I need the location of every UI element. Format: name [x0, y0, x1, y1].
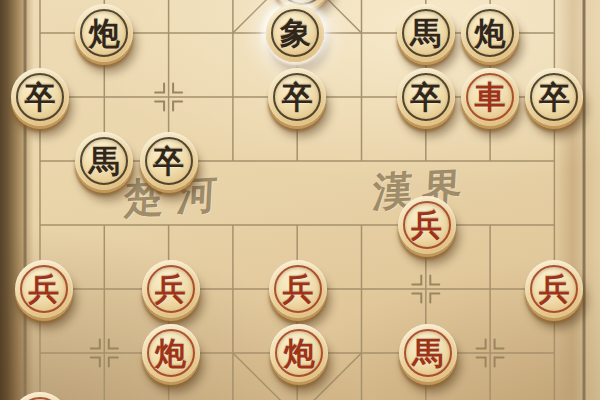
piece-black-cannon[interactable]: 炮: [75, 4, 133, 62]
piece-glyph: 兵: [398, 196, 456, 254]
piece-red-cannon[interactable]: 炮: [142, 324, 200, 382]
piece-red-chariot[interactable]: 車: [461, 68, 519, 126]
piece-glyph: 卒: [525, 68, 583, 126]
piece-red-horse[interactable]: 馬: [399, 324, 457, 382]
piece-black-soldier[interactable]: 卒: [140, 132, 198, 190]
piece-black-cannon[interactable]: 炮: [461, 4, 519, 62]
piece-glyph: 炮: [461, 4, 519, 62]
piece-red-soldier[interactable]: 兵: [142, 260, 200, 318]
piece-glyph: 炮: [270, 324, 328, 382]
piece-red-cannon[interactable]: 炮: [270, 324, 328, 382]
piece-black-soldier[interactable]: 卒: [525, 68, 583, 126]
xiangqi-board[interactable]: 楚河 漢界 士炮象馬炮卒卒卒車卒馬卒兵兵兵兵兵炮炮馬車: [0, 0, 600, 400]
piece-black-horse[interactable]: 馬: [75, 132, 133, 190]
pieces-layer: 士炮象馬炮卒卒卒車卒馬卒兵兵兵兵兵炮炮馬車: [0, 0, 600, 400]
piece-glyph: 兵: [15, 260, 73, 318]
piece-glyph: 兵: [142, 260, 200, 318]
piece-glyph: 馬: [75, 132, 133, 190]
piece-black-soldier[interactable]: 卒: [11, 68, 69, 126]
piece-black-elephant[interactable]: 象: [266, 4, 324, 62]
piece-red-chariot[interactable]: 車: [11, 392, 69, 400]
piece-red-soldier[interactable]: 兵: [525, 260, 583, 318]
piece-glyph: 卒: [140, 132, 198, 190]
piece-glyph: 炮: [142, 324, 200, 382]
piece-glyph: 卒: [11, 68, 69, 126]
piece-black-horse[interactable]: 馬: [397, 4, 455, 62]
piece-glyph: 馬: [399, 324, 457, 382]
piece-black-soldier[interactable]: 卒: [397, 68, 455, 126]
piece-glyph: 兵: [269, 260, 327, 318]
piece-glyph: 卒: [268, 68, 326, 126]
piece-glyph: 象: [266, 4, 324, 62]
piece-glyph: 車: [11, 392, 69, 400]
piece-glyph: 馬: [397, 4, 455, 62]
piece-glyph: 卒: [397, 68, 455, 126]
piece-red-soldier[interactable]: 兵: [398, 196, 456, 254]
piece-glyph: 炮: [75, 4, 133, 62]
piece-glyph: 兵: [525, 260, 583, 318]
piece-black-soldier[interactable]: 卒: [268, 68, 326, 126]
piece-red-soldier[interactable]: 兵: [15, 260, 73, 318]
piece-glyph: 車: [461, 68, 519, 126]
piece-red-soldier[interactable]: 兵: [269, 260, 327, 318]
